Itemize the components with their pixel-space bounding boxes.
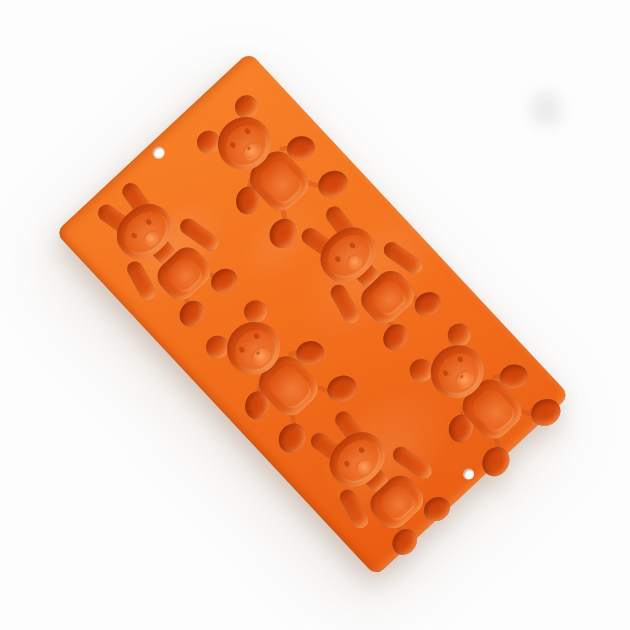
rabbit-foot-left	[174, 296, 208, 331]
bear-foot-right	[527, 394, 565, 430]
rabbit-foot-left	[387, 524, 421, 559]
surface-sheen	[55, 52, 569, 576]
bear-foot-left	[274, 419, 311, 458]
bear-foot-left	[477, 442, 514, 481]
product-photo-scene	[0, 0, 630, 630]
rabbit-arm-left	[337, 487, 371, 531]
rabbit-foot-right	[410, 287, 445, 321]
hanging-hole-top	[150, 144, 167, 161]
rabbit-arm-left	[124, 259, 158, 303]
rabbit-foot-right	[419, 492, 454, 526]
rabbit-arm-left	[328, 282, 362, 326]
bear-foot-right	[314, 166, 352, 202]
silicone-mold	[55, 52, 569, 576]
mold-shadow-wrapper	[0, 0, 630, 630]
bear-foot-left	[264, 214, 301, 253]
rabbit-foot-right	[206, 264, 241, 298]
hanging-hole-bottom	[461, 466, 477, 482]
bear-foot-right	[323, 371, 361, 407]
rabbit-foot-left	[378, 319, 412, 354]
